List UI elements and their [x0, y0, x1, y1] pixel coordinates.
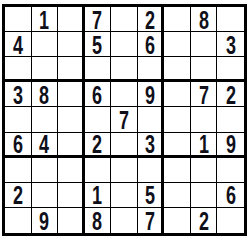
cell-digit: 3	[13, 82, 23, 107]
cell-r7c5[interactable]	[111, 158, 138, 183]
cell-r3c6[interactable]	[138, 57, 165, 82]
cell-r5c7[interactable]	[164, 107, 191, 132]
cell-digit: 9	[226, 133, 236, 158]
cell-r5c6[interactable]	[138, 107, 165, 132]
cell-r5c3[interactable]	[58, 107, 85, 132]
cell-r1c2[interactable]: 1	[32, 7, 59, 32]
cell-r2c8[interactable]	[191, 32, 218, 57]
cell-r6c7[interactable]	[164, 133, 191, 158]
sudoku-board: 17284563386972764231921569872	[2, 4, 247, 236]
sudoku-screenshot: { "game": "sudoku", "position": ".1.7.2.…	[0, 0, 251, 242]
cell-r3c2[interactable]	[32, 57, 59, 82]
cell-r3c9[interactable]	[217, 57, 244, 82]
cell-r7c8[interactable]	[191, 158, 218, 183]
cell-r4c5[interactable]	[111, 82, 138, 107]
cell-r9c9[interactable]	[217, 208, 244, 233]
cell-r9c8[interactable]: 2	[191, 208, 218, 233]
cell-r7c6[interactable]	[138, 158, 165, 183]
cell-r6c6[interactable]: 3	[138, 133, 165, 158]
cell-r3c5[interactable]	[111, 57, 138, 82]
cell-digit: 4	[39, 133, 49, 158]
cell-r4c7[interactable]	[164, 82, 191, 107]
cell-digit: 2	[199, 208, 209, 233]
cell-r2c9[interactable]: 3	[217, 32, 244, 57]
cell-r7c9[interactable]	[217, 158, 244, 183]
cell-r9c5[interactable]	[111, 208, 138, 233]
cell-r8c3[interactable]	[58, 183, 85, 208]
cell-digit: 8	[39, 82, 49, 107]
cell-digit: 8	[92, 208, 102, 233]
cell-r8c7[interactable]	[164, 183, 191, 208]
cell-r5c5[interactable]: 7	[111, 107, 138, 132]
cell-r8c5[interactable]	[111, 183, 138, 208]
cell-r6c3[interactable]	[58, 133, 85, 158]
cell-r3c1[interactable]	[5, 57, 32, 82]
cell-digit: 5	[145, 183, 155, 208]
cell-digit: 9	[145, 82, 155, 107]
cell-r1c6[interactable]: 2	[138, 7, 165, 32]
cell-r1c4[interactable]: 7	[85, 7, 112, 32]
cell-r4c3[interactable]	[58, 82, 85, 107]
cell-r7c2[interactable]	[32, 158, 59, 183]
cell-r2c4[interactable]: 5	[85, 32, 112, 57]
cell-r9c6[interactable]: 7	[138, 208, 165, 233]
cell-digit: 6	[226, 183, 236, 208]
cell-r4c4[interactable]: 6	[85, 82, 112, 107]
cell-digit: 5	[92, 32, 102, 57]
cell-r1c8[interactable]: 8	[191, 7, 218, 32]
cell-digit: 9	[39, 208, 49, 233]
cell-r7c7[interactable]	[164, 158, 191, 183]
cell-digit: 2	[13, 183, 23, 208]
cell-r4c1[interactable]: 3	[5, 82, 32, 107]
cell-r3c4[interactable]	[85, 57, 112, 82]
cell-r9c4[interactable]: 8	[85, 208, 112, 233]
cell-r3c7[interactable]	[164, 57, 191, 82]
cell-r2c1[interactable]: 4	[5, 32, 32, 57]
cell-r2c2[interactable]	[32, 32, 59, 57]
cell-digit: 6	[145, 32, 155, 57]
cell-digit: 1	[39, 7, 49, 32]
cell-r7c3[interactable]	[58, 158, 85, 183]
cell-r7c4[interactable]	[85, 158, 112, 183]
cell-r9c7[interactable]	[164, 208, 191, 233]
cell-r3c8[interactable]	[191, 57, 218, 82]
cell-r8c9[interactable]: 6	[217, 183, 244, 208]
cell-r1c3[interactable]	[58, 7, 85, 32]
cell-digit: 3	[226, 32, 236, 57]
cell-r4c6[interactable]: 9	[138, 82, 165, 107]
cell-r6c5[interactable]	[111, 133, 138, 158]
cell-r2c3[interactable]	[58, 32, 85, 57]
cell-digit: 7	[199, 82, 209, 107]
cell-r8c8[interactable]	[191, 183, 218, 208]
cell-digit: 3	[145, 133, 155, 158]
cell-r2c5[interactable]	[111, 32, 138, 57]
cell-digit: 2	[226, 82, 236, 107]
cell-r5c8[interactable]	[191, 107, 218, 132]
cell-r1c9[interactable]	[217, 7, 244, 32]
cell-r8c4[interactable]: 1	[85, 183, 112, 208]
cell-r6c2[interactable]: 4	[32, 133, 59, 158]
cell-r9c2[interactable]: 9	[32, 208, 59, 233]
cell-r6c9[interactable]: 9	[217, 133, 244, 158]
cell-r8c1[interactable]: 2	[5, 183, 32, 208]
cell-r7c1[interactable]	[5, 158, 32, 183]
cell-digit: 2	[145, 7, 155, 32]
cell-r5c2[interactable]	[32, 107, 59, 132]
cell-digit: 6	[92, 82, 102, 107]
cell-r9c1[interactable]	[5, 208, 32, 233]
cell-r1c1[interactable]	[5, 7, 32, 32]
cell-r5c9[interactable]	[217, 107, 244, 132]
cell-r8c2[interactable]	[32, 183, 59, 208]
cell-r6c4[interactable]: 2	[85, 133, 112, 158]
cell-r4c2[interactable]: 8	[32, 82, 59, 107]
cell-r6c1[interactable]: 6	[5, 133, 32, 158]
cell-digit: 4	[13, 32, 23, 57]
cell-r4c9[interactable]: 2	[217, 82, 244, 107]
cell-r8c6[interactable]: 5	[138, 183, 165, 208]
cell-r2c6[interactable]: 6	[138, 32, 165, 57]
cell-digit: 7	[145, 208, 155, 233]
cell-digit: 2	[92, 133, 102, 158]
cell-r1c7[interactable]	[164, 7, 191, 32]
cell-digit: 7	[119, 107, 129, 132]
cell-r4c8[interactable]: 7	[191, 82, 218, 107]
cell-r5c4[interactable]	[85, 107, 112, 132]
cell-r6c8[interactable]: 1	[191, 133, 218, 158]
cell-r3c3[interactable]	[58, 57, 85, 82]
cell-digit: 1	[92, 183, 102, 208]
cell-r5c1[interactable]	[5, 107, 32, 132]
cell-r2c7[interactable]	[164, 32, 191, 57]
cell-digit: 8	[199, 7, 209, 32]
cell-r1c5[interactable]	[111, 7, 138, 32]
cell-digit: 6	[13, 133, 23, 158]
cell-r9c3[interactable]	[58, 208, 85, 233]
cell-digit: 7	[92, 7, 102, 32]
cell-digit: 1	[199, 133, 209, 158]
